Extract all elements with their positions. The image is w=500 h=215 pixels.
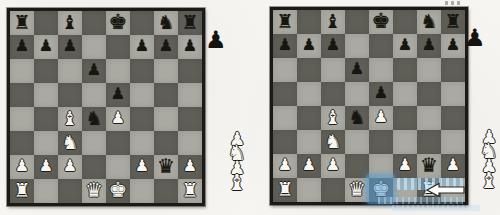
square-c4: ♝ bbox=[321, 106, 345, 130]
square-a6 bbox=[10, 59, 34, 83]
square-c8: ♝ bbox=[58, 11, 82, 35]
square-f3 bbox=[393, 130, 417, 154]
right-board-wrapper: ♜♝♚♞♜♟♟♟♟♟♟♟♟♝♞♟♞♟♟♟♟♛♟♜♛♚♜ bbox=[270, 7, 468, 205]
white-bishop: ♝ bbox=[61, 109, 78, 128]
white-bishop: ♝ bbox=[324, 108, 341, 127]
square-d3 bbox=[82, 131, 106, 155]
right-captured-bottom-tray: ♟♞♟♝ bbox=[474, 129, 500, 191]
black-bishop: ♝ bbox=[61, 13, 78, 32]
white-rook: ♜ bbox=[276, 180, 293, 199]
square-g1 bbox=[154, 179, 178, 203]
square-b2: ♟ bbox=[34, 155, 58, 179]
square-a6 bbox=[273, 58, 297, 82]
black-bishop: ♝ bbox=[324, 12, 341, 31]
square-h2: ♟ bbox=[178, 155, 202, 179]
square-a2: ♟ bbox=[273, 154, 297, 178]
square-c3: ♞ bbox=[58, 131, 82, 155]
white-queen: ♛ bbox=[348, 179, 366, 199]
black-rook: ♜ bbox=[181, 13, 198, 32]
square-g8: ♞ bbox=[154, 11, 178, 35]
square-c5 bbox=[321, 82, 345, 106]
square-h1: ♜ bbox=[178, 179, 202, 203]
square-c8: ♝ bbox=[321, 10, 345, 34]
black-pawn: ♟ bbox=[135, 38, 149, 54]
square-e8: ♚ bbox=[369, 10, 393, 34]
square-a3 bbox=[273, 130, 297, 154]
scanned-page: ♜♝♚♞♜♟♟♟♟♟♟♟♟♝♞♟♞♟♟♟♟♛♟♜♛♚♜ ♟ ♟♞♟♝ ♜♝♚♞♜… bbox=[0, 0, 500, 215]
black-king: ♚ bbox=[372, 11, 391, 32]
square-h7: ♟ bbox=[441, 34, 465, 58]
square-c7: ♟ bbox=[321, 34, 345, 58]
square-g7: ♟ bbox=[417, 34, 441, 58]
square-a7: ♟ bbox=[273, 34, 297, 58]
square-e5: ♟ bbox=[106, 83, 130, 107]
square-f2: ♟ bbox=[130, 155, 154, 179]
square-b8 bbox=[34, 11, 58, 35]
black-rook: ♜ bbox=[13, 13, 30, 32]
captured-white-bishop: ♝ bbox=[479, 171, 499, 191]
white-pawn: ♟ bbox=[39, 158, 53, 174]
square-h4 bbox=[178, 107, 202, 131]
square-d5 bbox=[82, 83, 106, 107]
square-e6 bbox=[369, 58, 393, 82]
square-h7: ♟ bbox=[178, 35, 202, 59]
black-pawn: ♟ bbox=[326, 37, 340, 53]
square-f5 bbox=[130, 83, 154, 107]
square-f8 bbox=[393, 10, 417, 34]
square-h8: ♜ bbox=[441, 10, 465, 34]
square-a1: ♜ bbox=[273, 178, 297, 202]
square-c1 bbox=[321, 178, 345, 202]
square-h5 bbox=[178, 83, 202, 107]
black-queen: ♛ bbox=[157, 156, 175, 176]
square-h3 bbox=[441, 130, 465, 154]
square-e1: ♚ bbox=[106, 179, 130, 203]
black-pawn: ♟ bbox=[446, 37, 460, 53]
black-knight: ♞ bbox=[348, 108, 365, 127]
black-pawn: ♟ bbox=[422, 37, 436, 53]
black-knight: ♞ bbox=[157, 13, 174, 32]
black-pawn: ♟ bbox=[398, 37, 412, 53]
white-pawn: ♟ bbox=[278, 157, 292, 173]
white-pawn: ♟ bbox=[446, 157, 460, 173]
captured-black-pawn: ♟ bbox=[205, 30, 227, 52]
square-g6 bbox=[417, 58, 441, 82]
black-pawn: ♟ bbox=[63, 38, 77, 54]
white-pawn: ♟ bbox=[398, 157, 412, 173]
white-rook: ♜ bbox=[181, 181, 198, 200]
left-captured-top-tray: ♟ bbox=[205, 30, 227, 52]
square-b5 bbox=[297, 82, 321, 106]
left-board: ♜♝♚♞♜♟♟♟♟♟♟♟♟♝♞♟♞♟♟♟♟♛♟♜♛♚♜ bbox=[7, 8, 205, 206]
square-e3 bbox=[106, 131, 130, 155]
square-h1 bbox=[441, 178, 465, 202]
square-h6 bbox=[178, 59, 202, 83]
white-rook: ♜ bbox=[420, 180, 437, 199]
square-a7: ♟ bbox=[10, 35, 34, 59]
square-g5 bbox=[154, 83, 178, 107]
square-a1: ♜ bbox=[10, 179, 34, 203]
square-e8: ♚ bbox=[106, 11, 130, 35]
captured-white-bishop: ♝ bbox=[227, 173, 247, 193]
captured-black-pawn: ♟ bbox=[464, 28, 486, 50]
square-a5 bbox=[10, 83, 34, 107]
square-b5 bbox=[34, 83, 58, 107]
square-c6 bbox=[58, 59, 82, 83]
square-f7: ♟ bbox=[130, 35, 154, 59]
square-e7 bbox=[369, 34, 393, 58]
square-g2: ♛ bbox=[417, 154, 441, 178]
left-captured-bottom-tray: ♟♞♟♝ bbox=[222, 131, 252, 193]
square-h4 bbox=[441, 106, 465, 130]
square-a4 bbox=[273, 106, 297, 130]
square-g3 bbox=[154, 131, 178, 155]
square-f4 bbox=[130, 107, 154, 131]
square-c2: ♟ bbox=[58, 155, 82, 179]
white-pawn: ♟ bbox=[111, 110, 125, 126]
black-pawn: ♟ bbox=[350, 61, 364, 77]
watermark-text-line bbox=[392, 205, 480, 211]
square-d2 bbox=[82, 155, 106, 179]
square-b3 bbox=[34, 131, 58, 155]
black-pawn: ♟ bbox=[15, 38, 29, 54]
square-d1: ♛ bbox=[82, 179, 106, 203]
white-knight: ♞ bbox=[324, 132, 341, 151]
square-h8: ♜ bbox=[178, 11, 202, 35]
square-h5 bbox=[441, 82, 465, 106]
square-e4: ♟ bbox=[106, 107, 130, 131]
black-knight: ♞ bbox=[420, 12, 437, 31]
black-rook: ♜ bbox=[444, 12, 461, 31]
square-d8 bbox=[82, 11, 106, 35]
square-g5 bbox=[417, 82, 441, 106]
square-f6 bbox=[393, 58, 417, 82]
white-pawn: ♟ bbox=[302, 157, 316, 173]
square-d3 bbox=[345, 130, 369, 154]
square-a3 bbox=[10, 131, 34, 155]
square-f8 bbox=[130, 11, 154, 35]
white-pawn: ♟ bbox=[326, 157, 340, 173]
square-g8: ♞ bbox=[417, 10, 441, 34]
square-a5 bbox=[273, 82, 297, 106]
square-d4: ♞ bbox=[345, 106, 369, 130]
square-b6 bbox=[34, 59, 58, 83]
black-king: ♚ bbox=[109, 12, 128, 33]
square-c2: ♟ bbox=[321, 154, 345, 178]
right-board: ♜♝♚♞♜♟♟♟♟♟♟♟♟♝♞♟♞♟♟♟♟♛♟♜♛♚♜ bbox=[270, 7, 468, 205]
square-e3 bbox=[369, 130, 393, 154]
white-pawn: ♟ bbox=[15, 158, 29, 174]
square-g3 bbox=[417, 130, 441, 154]
square-f7: ♟ bbox=[393, 34, 417, 58]
square-d7 bbox=[82, 35, 106, 59]
square-h6 bbox=[441, 58, 465, 82]
white-pawn: ♟ bbox=[63, 158, 77, 174]
left-board-wrapper: ♜♝♚♞♜♟♟♟♟♟♟♟♟♝♞♟♞♟♟♟♟♛♟♜♛♚♜ bbox=[7, 8, 205, 206]
square-b7: ♟ bbox=[34, 35, 58, 59]
square-a8: ♜ bbox=[273, 10, 297, 34]
black-pawn: ♟ bbox=[302, 37, 316, 53]
white-rook: ♜ bbox=[13, 181, 30, 200]
square-c1 bbox=[58, 179, 82, 203]
square-a8: ♜ bbox=[10, 11, 34, 35]
white-queen: ♛ bbox=[85, 180, 103, 200]
square-d4: ♞ bbox=[82, 107, 106, 131]
square-b1 bbox=[297, 178, 321, 202]
white-pawn: ♟ bbox=[135, 158, 149, 174]
square-h3 bbox=[178, 131, 202, 155]
square-c4: ♝ bbox=[58, 107, 82, 131]
black-knight: ♞ bbox=[85, 109, 102, 128]
square-f4 bbox=[393, 106, 417, 130]
square-c3: ♞ bbox=[321, 130, 345, 154]
white-king: ♚ bbox=[109, 180, 128, 201]
white-pawn: ♟ bbox=[183, 158, 197, 174]
black-pawn: ♟ bbox=[39, 38, 53, 54]
square-g1: ♜ bbox=[417, 178, 441, 202]
square-e5: ♟ bbox=[369, 82, 393, 106]
square-d7 bbox=[345, 34, 369, 58]
square-g6 bbox=[154, 59, 178, 83]
square-d6: ♟ bbox=[82, 59, 106, 83]
square-f5 bbox=[393, 82, 417, 106]
square-g4 bbox=[154, 107, 178, 131]
black-pawn: ♟ bbox=[87, 62, 101, 78]
square-b7: ♟ bbox=[297, 34, 321, 58]
black-pawn: ♟ bbox=[183, 38, 197, 54]
page-noise-speck bbox=[445, 1, 461, 5]
black-pawn: ♟ bbox=[111, 86, 125, 102]
square-b2: ♟ bbox=[297, 154, 321, 178]
square-c7: ♟ bbox=[58, 35, 82, 59]
square-e4: ♟ bbox=[369, 106, 393, 130]
black-rook: ♜ bbox=[276, 12, 293, 31]
square-b4 bbox=[34, 107, 58, 131]
square-e2 bbox=[106, 155, 130, 179]
square-d6: ♟ bbox=[345, 58, 369, 82]
square-f6 bbox=[130, 59, 154, 83]
square-d2 bbox=[345, 154, 369, 178]
square-e6 bbox=[106, 59, 130, 83]
square-e1: ♚ bbox=[369, 178, 393, 202]
square-f2: ♟ bbox=[393, 154, 417, 178]
square-b6 bbox=[297, 58, 321, 82]
square-b4 bbox=[297, 106, 321, 130]
square-b8 bbox=[297, 10, 321, 34]
square-b1 bbox=[34, 179, 58, 203]
square-a2: ♟ bbox=[10, 155, 34, 179]
black-queen: ♛ bbox=[420, 155, 438, 175]
square-f3 bbox=[130, 131, 154, 155]
square-a4 bbox=[10, 107, 34, 131]
square-e2 bbox=[369, 154, 393, 178]
square-d8 bbox=[345, 10, 369, 34]
square-h2: ♟ bbox=[441, 154, 465, 178]
white-knight: ♞ bbox=[61, 133, 78, 152]
square-f1 bbox=[393, 178, 417, 202]
black-pawn: ♟ bbox=[278, 37, 292, 53]
white-king: ♚ bbox=[372, 179, 391, 200]
square-c5 bbox=[58, 83, 82, 107]
square-g4 bbox=[417, 106, 441, 130]
black-pawn: ♟ bbox=[159, 38, 173, 54]
square-d1: ♛ bbox=[345, 178, 369, 202]
square-b3 bbox=[297, 130, 321, 154]
right-captured-top-tray: ♟ bbox=[464, 28, 486, 50]
square-g7: ♟ bbox=[154, 35, 178, 59]
white-pawn: ♟ bbox=[374, 109, 388, 125]
square-f1 bbox=[130, 179, 154, 203]
black-pawn: ♟ bbox=[374, 85, 388, 101]
square-e7 bbox=[106, 35, 130, 59]
square-g2: ♛ bbox=[154, 155, 178, 179]
square-c6 bbox=[321, 58, 345, 82]
square-d5 bbox=[345, 82, 369, 106]
